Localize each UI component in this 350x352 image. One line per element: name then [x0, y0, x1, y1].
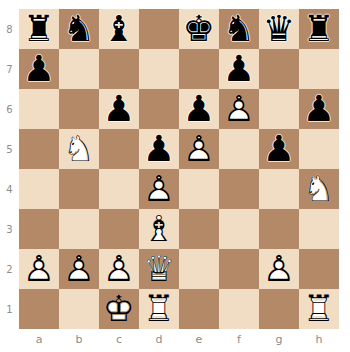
square-b7[interactable]	[59, 49, 99, 89]
piece-black-pawn[interactable]: ♟	[179, 89, 219, 129]
square-b8[interactable]: ♞	[59, 9, 99, 49]
white-piece-outline: ♙	[259, 249, 299, 289]
square-h3[interactable]	[299, 209, 339, 249]
square-f2[interactable]	[219, 249, 259, 289]
piece-white-pawn[interactable]: ♟♙	[19, 249, 59, 289]
square-f8[interactable]: ♞	[219, 9, 259, 49]
square-h7[interactable]	[299, 49, 339, 89]
rank-label-8: 8	[0, 9, 19, 49]
file-labels: abcdefgh	[19, 329, 339, 350]
file-label-e: e	[179, 329, 219, 350]
square-e8[interactable]: ♚	[179, 9, 219, 49]
square-a5[interactable]	[19, 129, 59, 169]
black-piece-glyph: ♞	[59, 9, 99, 49]
piece-white-pawn[interactable]: ♟♙	[99, 249, 139, 289]
black-piece-glyph: ♛	[259, 9, 299, 49]
white-piece-outline: ♖	[139, 289, 179, 329]
white-piece-fill: ♟	[139, 169, 179, 209]
white-piece-outline: ♘	[299, 169, 339, 209]
square-e4[interactable]	[179, 169, 219, 209]
square-f5[interactable]	[219, 129, 259, 169]
square-f6[interactable]: ♟♙	[219, 89, 259, 129]
square-c7[interactable]	[99, 49, 139, 89]
white-piece-fill: ♟	[99, 249, 139, 289]
white-piece-fill: ♟	[59, 249, 99, 289]
piece-black-knight[interactable]: ♞	[59, 9, 99, 49]
white-piece-outline: ♙	[59, 249, 99, 289]
square-f7[interactable]: ♟	[219, 49, 259, 89]
piece-black-pawn[interactable]: ♟	[219, 49, 259, 89]
piece-white-rook[interactable]: ♜♖	[299, 289, 339, 329]
piece-black-queen[interactable]: ♛	[259, 9, 299, 49]
square-g3[interactable]	[259, 209, 299, 249]
square-g7[interactable]	[259, 49, 299, 89]
square-c3[interactable]	[99, 209, 139, 249]
square-h2[interactable]	[299, 249, 339, 289]
white-piece-outline: ♔	[99, 289, 139, 329]
square-a2[interactable]: ♟♙	[19, 249, 59, 289]
square-b1[interactable]	[59, 289, 99, 329]
square-b5[interactable]: ♞♘	[59, 129, 99, 169]
piece-white-king[interactable]: ♚♔	[99, 289, 139, 329]
square-c4[interactable]	[99, 169, 139, 209]
white-piece-fill: ♟	[259, 249, 299, 289]
square-d6[interactable]	[139, 89, 179, 129]
white-piece-fill: ♞	[299, 169, 339, 209]
black-piece-glyph: ♟	[299, 89, 339, 129]
square-g1[interactable]	[259, 289, 299, 329]
square-f1[interactable]	[219, 289, 259, 329]
file-label-b: b	[59, 329, 99, 350]
black-piece-glyph: ♚	[179, 9, 219, 49]
white-piece-fill: ♜	[139, 289, 179, 329]
white-piece-outline: ♙	[219, 89, 259, 129]
black-piece-glyph: ♟	[99, 89, 139, 129]
square-d3[interactable]: ♝♗	[139, 209, 179, 249]
chess-board: ♜♞♝♚♞♛♜♟♟♟♟♟♙♟♞♘♟♟♙♟♟♙♞♘♝♗♟♙♟♙♟♙♛♕♟♙♚♔♜♖…	[19, 9, 339, 329]
white-piece-fill: ♛	[139, 249, 179, 289]
square-c6[interactable]: ♟	[99, 89, 139, 129]
square-e1[interactable]	[179, 289, 219, 329]
white-piece-outline: ♕	[139, 249, 179, 289]
square-b6[interactable]	[59, 89, 99, 129]
white-piece-outline: ♖	[299, 289, 339, 329]
square-a4[interactable]	[19, 169, 59, 209]
square-c2[interactable]: ♟♙	[99, 249, 139, 289]
black-piece-glyph: ♟	[259, 129, 299, 169]
white-piece-fill: ♞	[59, 129, 99, 169]
piece-black-knight[interactable]: ♞	[219, 9, 259, 49]
piece-white-pawn[interactable]: ♟♙	[179, 129, 219, 169]
chess-app: 87654321 ♜♞♝♚♞♛♜♟♟♟♟♟♙♟♞♘♟♟♙♟♟♙♞♘♝♗♟♙♟♙♟…	[0, 0, 350, 352]
square-a1[interactable]	[19, 289, 59, 329]
piece-white-pawn[interactable]: ♟♙	[259, 249, 299, 289]
square-f3[interactable]	[219, 209, 259, 249]
file-label-h: h	[299, 329, 339, 350]
white-piece-fill: ♟	[219, 89, 259, 129]
square-h5[interactable]	[299, 129, 339, 169]
black-piece-glyph: ♟	[139, 129, 179, 169]
piece-white-knight[interactable]: ♞♘	[299, 169, 339, 209]
white-piece-outline: ♗	[139, 209, 179, 249]
black-piece-glyph: ♞	[219, 9, 259, 49]
piece-black-pawn[interactable]: ♟	[299, 89, 339, 129]
piece-black-pawn[interactable]: ♟	[99, 89, 139, 129]
square-g6[interactable]	[259, 89, 299, 129]
square-g4[interactable]	[259, 169, 299, 209]
black-piece-glyph: ♟	[19, 49, 59, 89]
square-c5[interactable]	[99, 129, 139, 169]
rank-label-4: 4	[0, 169, 19, 209]
square-d1[interactable]: ♜♖	[139, 289, 179, 329]
rank-label-6: 6	[0, 89, 19, 129]
square-a8[interactable]: ♜	[19, 9, 59, 49]
black-piece-glyph: ♜	[299, 9, 339, 49]
square-c1[interactable]: ♚♔	[99, 289, 139, 329]
square-a6[interactable]	[19, 89, 59, 129]
black-piece-glyph: ♟	[219, 49, 259, 89]
white-piece-fill: ♜	[299, 289, 339, 329]
square-h1[interactable]: ♜♖	[299, 289, 339, 329]
square-h8[interactable]: ♜	[299, 9, 339, 49]
white-piece-fill: ♝	[139, 209, 179, 249]
square-d8[interactable]	[139, 9, 179, 49]
piece-white-bishop[interactable]: ♝♗	[139, 209, 179, 249]
piece-white-pawn[interactable]: ♟♙	[219, 89, 259, 129]
square-f4[interactable]	[219, 169, 259, 209]
square-e7[interactable]	[179, 49, 219, 89]
black-piece-glyph: ♟	[179, 89, 219, 129]
rank-label-2: 2	[0, 249, 19, 289]
piece-white-queen[interactable]: ♛♕	[139, 249, 179, 289]
square-d2[interactable]: ♛♕	[139, 249, 179, 289]
rank-label-5: 5	[0, 129, 19, 169]
white-piece-fill: ♟	[19, 249, 59, 289]
file-label-c: c	[99, 329, 139, 350]
piece-black-bishop[interactable]: ♝	[99, 9, 139, 49]
piece-white-rook[interactable]: ♜♖	[139, 289, 179, 329]
square-g5[interactable]: ♟	[259, 129, 299, 169]
piece-white-knight[interactable]: ♞♘	[59, 129, 99, 169]
rank-label-3: 3	[0, 209, 19, 249]
square-g8[interactable]: ♛	[259, 9, 299, 49]
square-a3[interactable]	[19, 209, 59, 249]
square-e3[interactable]	[179, 209, 219, 249]
square-d4[interactable]: ♟♙	[139, 169, 179, 209]
square-g2[interactable]: ♟♙	[259, 249, 299, 289]
white-piece-outline: ♘	[59, 129, 99, 169]
piece-black-rook[interactable]: ♜	[19, 9, 59, 49]
piece-white-pawn[interactable]: ♟♙	[139, 169, 179, 209]
white-piece-fill: ♟	[179, 129, 219, 169]
square-d7[interactable]	[139, 49, 179, 89]
square-e5[interactable]: ♟♙	[179, 129, 219, 169]
file-label-g: g	[259, 329, 299, 350]
white-piece-outline: ♙	[99, 249, 139, 289]
square-e2[interactable]	[179, 249, 219, 289]
square-h6[interactable]: ♟	[299, 89, 339, 129]
rank-label-7: 7	[0, 49, 19, 89]
piece-black-pawn[interactable]: ♟	[259, 129, 299, 169]
piece-black-pawn[interactable]: ♟	[19, 49, 59, 89]
white-piece-outline: ♙	[19, 249, 59, 289]
file-label-f: f	[219, 329, 259, 350]
file-label-a: a	[19, 329, 59, 350]
black-piece-glyph: ♝	[99, 9, 139, 49]
square-e6[interactable]: ♟	[179, 89, 219, 129]
square-b3[interactable]	[59, 209, 99, 249]
square-c8[interactable]: ♝	[99, 9, 139, 49]
rank-label-1: 1	[0, 289, 19, 329]
square-a7[interactable]: ♟	[19, 49, 59, 89]
rank-labels: 87654321	[0, 9, 19, 329]
black-piece-glyph: ♜	[19, 9, 59, 49]
piece-black-pawn[interactable]: ♟	[139, 129, 179, 169]
file-label-d: d	[139, 329, 179, 350]
square-h4[interactable]: ♞♘	[299, 169, 339, 209]
piece-black-king[interactable]: ♚	[179, 9, 219, 49]
piece-white-pawn[interactable]: ♟♙	[59, 249, 99, 289]
white-piece-fill: ♚	[99, 289, 139, 329]
square-b4[interactable]	[59, 169, 99, 209]
square-d5[interactable]: ♟	[139, 129, 179, 169]
square-b2[interactable]: ♟♙	[59, 249, 99, 289]
white-piece-outline: ♙	[139, 169, 179, 209]
piece-black-rook[interactable]: ♜	[299, 9, 339, 49]
white-piece-outline: ♙	[179, 129, 219, 169]
